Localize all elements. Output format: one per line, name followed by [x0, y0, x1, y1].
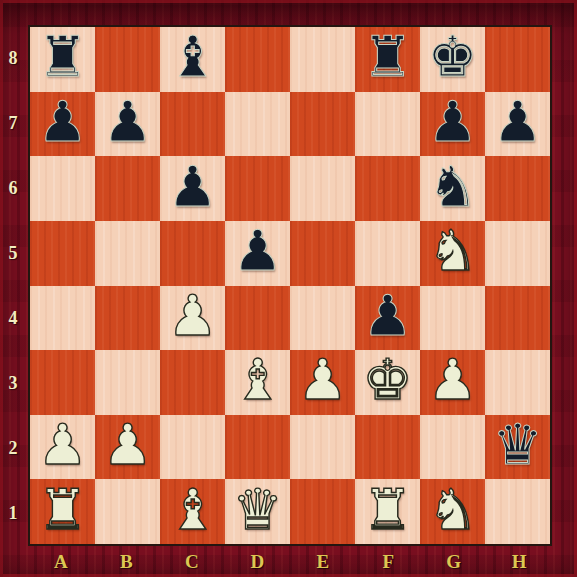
square-a1[interactable]: ♜: [30, 479, 95, 544]
rank-label-1: 1: [0, 503, 26, 524]
piece-black-pawn[interactable]: ♟: [102, 94, 152, 150]
square-b7[interactable]: ♟: [95, 92, 160, 157]
piece-black-king[interactable]: ♚: [427, 29, 477, 85]
square-g1[interactable]: ♞: [420, 479, 485, 544]
square-g4[interactable]: [420, 286, 485, 351]
square-a7[interactable]: ♟: [30, 92, 95, 157]
square-g7[interactable]: ♟: [420, 92, 485, 157]
square-b6[interactable]: [95, 156, 160, 221]
piece-white-knight[interactable]: ♞: [427, 482, 477, 538]
piece-white-knight[interactable]: ♞: [427, 223, 477, 279]
square-e2[interactable]: [290, 415, 355, 480]
square-b1[interactable]: [95, 479, 160, 544]
rank-label-2: 2: [0, 438, 26, 459]
piece-black-pawn[interactable]: ♟: [362, 288, 412, 344]
file-label-g: G: [446, 551, 461, 573]
file-label-d: D: [250, 551, 264, 573]
square-a8[interactable]: ♜: [30, 27, 95, 92]
file-label-c: C: [185, 551, 199, 573]
file-label-e: E: [316, 551, 329, 573]
piece-white-bishop[interactable]: ♝: [167, 482, 217, 538]
square-c8[interactable]: ♝: [160, 27, 225, 92]
square-e7[interactable]: [290, 92, 355, 157]
square-g8[interactable]: ♚: [420, 27, 485, 92]
piece-black-queen[interactable]: ♛: [492, 417, 542, 473]
square-h6[interactable]: [485, 156, 550, 221]
square-e8[interactable]: [290, 27, 355, 92]
square-d8[interactable]: [225, 27, 290, 92]
square-f1[interactable]: ♜: [355, 479, 420, 544]
piece-black-knight[interactable]: ♞: [427, 159, 477, 215]
piece-black-pawn[interactable]: ♟: [492, 94, 542, 150]
square-b2[interactable]: ♟: [95, 415, 160, 480]
rank-label-3: 3: [0, 373, 26, 394]
square-d7[interactable]: [225, 92, 290, 157]
square-b8[interactable]: [95, 27, 160, 92]
piece-black-pawn[interactable]: ♟: [232, 223, 282, 279]
square-f4[interactable]: ♟: [355, 286, 420, 351]
square-e4[interactable]: [290, 286, 355, 351]
square-g3[interactable]: ♟: [420, 350, 485, 415]
square-f6[interactable]: [355, 156, 420, 221]
square-c7[interactable]: [160, 92, 225, 157]
piece-white-pawn[interactable]: ♟: [167, 288, 217, 344]
chess-board: ♜♝♜♚♟♟♟♟♟♞♟♞♟♟♝♟♚♟♟♟♛♜♝♛♜♞: [28, 25, 552, 546]
square-e3[interactable]: ♟: [290, 350, 355, 415]
square-b5[interactable]: [95, 221, 160, 286]
square-a2[interactable]: ♟: [30, 415, 95, 480]
piece-white-rook[interactable]: ♜: [362, 482, 412, 538]
square-a5[interactable]: [30, 221, 95, 286]
square-f7[interactable]: [355, 92, 420, 157]
square-d4[interactable]: [225, 286, 290, 351]
square-c6[interactable]: ♟: [160, 156, 225, 221]
square-d2[interactable]: [225, 415, 290, 480]
piece-black-pawn[interactable]: ♟: [37, 94, 87, 150]
piece-white-bishop[interactable]: ♝: [232, 352, 282, 408]
piece-white-rook[interactable]: ♜: [37, 482, 87, 538]
rank-label-6: 6: [0, 177, 26, 198]
rank-label-7: 7: [0, 112, 26, 133]
rank-labels: 87654321: [0, 25, 28, 546]
file-labels: ABCDEFGH: [28, 547, 552, 577]
square-d6[interactable]: [225, 156, 290, 221]
file-label-a: A: [54, 551, 68, 573]
square-e1[interactable]: [290, 479, 355, 544]
square-g2[interactable]: [420, 415, 485, 480]
piece-white-queen[interactable]: ♛: [232, 482, 282, 538]
piece-black-rook[interactable]: ♜: [362, 29, 412, 85]
square-c3[interactable]: [160, 350, 225, 415]
square-h5[interactable]: [485, 221, 550, 286]
piece-white-pawn[interactable]: ♟: [297, 352, 347, 408]
file-label-b: B: [120, 551, 133, 573]
square-f2[interactable]: [355, 415, 420, 480]
square-h4[interactable]: [485, 286, 550, 351]
square-d3[interactable]: ♝: [225, 350, 290, 415]
square-h3[interactable]: [485, 350, 550, 415]
square-d5[interactable]: ♟: [225, 221, 290, 286]
board-frame: 87654321 ♜♝♜♚♟♟♟♟♟♞♟♞♟♟♝♟♚♟♟♟♛♜♝♛♜♞ ABCD…: [0, 0, 577, 577]
square-h1[interactable]: [485, 479, 550, 544]
square-b3[interactable]: [95, 350, 160, 415]
square-c2[interactable]: [160, 415, 225, 480]
square-b4[interactable]: [95, 286, 160, 351]
rank-label-4: 4: [0, 308, 26, 329]
square-g6[interactable]: ♞: [420, 156, 485, 221]
square-c1[interactable]: ♝: [160, 479, 225, 544]
square-f8[interactable]: ♜: [355, 27, 420, 92]
square-a4[interactable]: [30, 286, 95, 351]
piece-black-pawn[interactable]: ♟: [427, 94, 477, 150]
square-f5[interactable]: [355, 221, 420, 286]
square-h7[interactable]: ♟: [485, 92, 550, 157]
file-label-f: F: [382, 551, 394, 573]
square-c4[interactable]: ♟: [160, 286, 225, 351]
piece-white-king[interactable]: ♚: [362, 352, 412, 408]
piece-white-pawn[interactable]: ♟: [427, 352, 477, 408]
rank-label-8: 8: [0, 47, 26, 68]
piece-black-rook[interactable]: ♜: [37, 29, 87, 85]
piece-white-pawn[interactable]: ♟: [102, 417, 152, 473]
square-d1[interactable]: ♛: [225, 479, 290, 544]
square-e6[interactable]: [290, 156, 355, 221]
square-f3[interactable]: ♚: [355, 350, 420, 415]
piece-black-bishop[interactable]: ♝: [167, 29, 217, 85]
square-e5[interactable]: [290, 221, 355, 286]
file-label-h: H: [512, 551, 527, 573]
square-a3[interactable]: [30, 350, 95, 415]
square-h8[interactable]: [485, 27, 550, 92]
piece-white-pawn[interactable]: ♟: [37, 417, 87, 473]
rank-label-5: 5: [0, 242, 26, 263]
square-c5[interactable]: [160, 221, 225, 286]
piece-black-pawn[interactable]: ♟: [167, 159, 217, 215]
square-h2[interactable]: ♛: [485, 415, 550, 480]
square-g5[interactable]: ♞: [420, 221, 485, 286]
square-a6[interactable]: [30, 156, 95, 221]
